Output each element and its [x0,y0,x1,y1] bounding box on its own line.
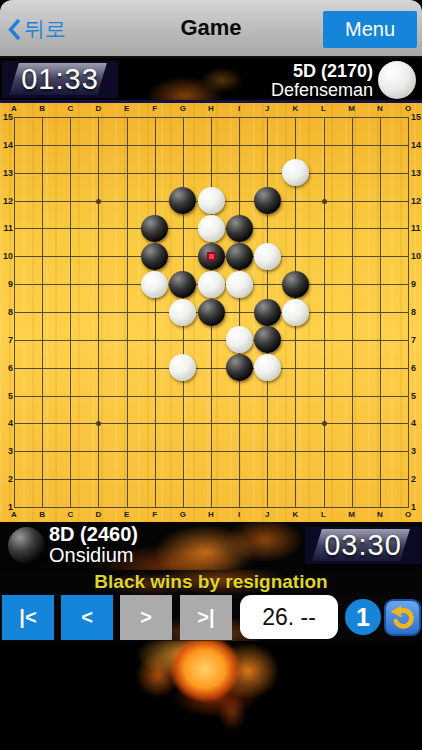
column-label-top: D [96,105,102,113]
column-label-top: K [293,105,299,113]
white-stone [282,159,309,186]
column-label-bottom: H [208,511,214,519]
row-label-left: 7 [2,336,13,345]
white-clock: 01:33 [2,61,118,98]
black-stone [141,215,168,242]
first-move-button[interactable]: |< [2,595,54,640]
column-label-top: B [39,105,45,113]
column-label-top: F [152,105,157,113]
last-move-button[interactable]: >| [180,595,232,640]
column-label-top: C [67,105,73,113]
white-stone [141,271,168,298]
column-label-bottom: N [377,511,383,519]
black-stone [226,354,253,381]
grid-line-vertical [352,117,353,508]
column-label-bottom: F [152,511,157,519]
row-label-left: 10 [2,252,13,261]
white-player-bar: 01:33 5D (2170) Defenseman [0,58,422,103]
black-clock: 03:30 [305,527,421,564]
column-label-top: M [348,105,355,113]
column-label-top: J [265,105,269,113]
white-stone [254,354,281,381]
grid-line-horizontal [14,368,409,369]
row-label-left: 3 [2,447,13,456]
column-label-top: O [405,105,411,113]
column-label-bottom: O [405,511,411,519]
black-stone [198,299,225,326]
black-stone [169,187,196,214]
row-label-right: 15 [411,113,421,122]
row-label-left: 2 [2,475,13,484]
white-stone [198,187,225,214]
row-label-right: 10 [411,252,421,261]
white-stone [282,299,309,326]
black-stone [254,326,281,353]
grid-line-vertical [239,117,240,508]
row-label-left: 9 [2,280,13,289]
column-label-bottom: L [321,511,326,519]
white-player-rank: 5D (2170) [271,61,373,81]
row-label-right: 14 [411,141,421,150]
black-clock-time: 03:30 [305,527,421,564]
white-player-name: Defenseman [271,81,373,100]
fire-background [0,641,422,750]
column-label-bottom: G [180,511,186,519]
last-move-marker [207,252,216,261]
next-move-button[interactable]: > [120,595,172,640]
column-label-top: E [124,105,129,113]
row-label-right: 1 [411,503,416,512]
grid-line-vertical [408,117,409,508]
star-point [322,421,327,426]
column-label-top: I [238,105,240,113]
move-number-display[interactable]: 26. -- [240,595,338,639]
row-label-right: 11 [411,224,421,233]
column-label-top: H [208,105,214,113]
row-label-right: 13 [411,169,421,178]
replay-controls: |< < > >| 26. -- 1 [0,594,422,641]
result-text: Black wins by resignation [94,571,327,593]
row-label-left: 5 [2,392,13,401]
row-label-left: 4 [2,419,13,428]
row-label-left: 15 [2,113,13,122]
column-label-top: N [377,105,383,113]
row-label-left: 1 [2,503,13,512]
grid-line-horizontal [14,479,409,480]
nav-bar: 뒤로 Game Menu [0,0,422,58]
row-label-right: 7 [411,336,416,345]
row-label-right: 12 [411,197,421,206]
menu-button[interactable]: Menu [323,11,417,48]
row-label-left: 6 [2,364,13,373]
black-stone [226,215,253,242]
row-label-right: 8 [411,308,416,317]
row-label-right: 4 [411,419,416,428]
white-stone [198,271,225,298]
black-stone [254,187,281,214]
grid-line-vertical [324,117,325,508]
black-stone-avatar [8,527,45,564]
column-label-bottom: B [39,511,45,519]
column-label-bottom: E [124,511,129,519]
column-label-top: G [180,105,186,113]
black-player-bar: 8D (2460) Onsidium 03:30 [0,522,422,570]
white-stone [169,299,196,326]
row-label-left: 11 [2,224,13,233]
prev-move-button[interactable]: < [61,595,113,640]
white-stone-avatar [378,61,416,99]
row-label-right: 5 [411,392,416,401]
star-point [322,199,327,204]
black-player-name: Onsidium [49,545,138,566]
black-player-info: 8D (2460) Onsidium [49,524,138,566]
column-label-bottom: A [11,511,17,519]
grid-line-horizontal [14,340,409,341]
column-label-top: L [321,105,326,113]
board[interactable]: AA1515BB1414CC1313DD1212EE1111FF1010GG99… [0,103,422,522]
column-label-bottom: C [67,511,73,519]
undo-button[interactable] [384,599,421,636]
white-clock-time: 01:33 [2,61,118,98]
grid-line-horizontal [14,451,409,452]
black-stone [282,271,309,298]
black-stone [141,243,168,270]
row-label-right: 2 [411,475,416,484]
black-stone [169,271,196,298]
row-label-right: 6 [411,364,416,373]
status-bar: Black wins by resignation [0,570,422,594]
white-stone [226,326,253,353]
column-label-bottom: K [293,511,299,519]
grid-line-horizontal [14,507,409,508]
grid-line-vertical [380,117,381,508]
row-label-left: 14 [2,141,13,150]
undo-arrow-icon [390,605,416,631]
column-label-bottom: D [96,511,102,519]
white-stone [254,243,281,270]
row-label-left: 8 [2,308,13,317]
white-player-info: 5D (2170) Defenseman [271,61,373,100]
row-label-left: 13 [2,169,13,178]
black-player-rank: 8D (2460) [49,524,138,545]
white-stone [226,271,253,298]
step-count-badge[interactable]: 1 [345,599,381,635]
column-label-bottom: I [238,511,240,519]
grid-line-horizontal [14,423,409,424]
star-point [96,421,101,426]
row-label-right: 3 [411,447,416,456]
white-stone [169,354,196,381]
grid-line-horizontal [14,396,409,397]
app-screen: 뒤로 Game Menu 01:33 5D (2170) Defenseman … [0,0,422,750]
star-point [96,199,101,204]
white-stone [198,215,225,242]
row-label-right: 9 [411,280,416,289]
row-label-left: 12 [2,197,13,206]
column-label-bottom: J [265,511,269,519]
black-stone [254,299,281,326]
black-stone [226,243,253,270]
column-label-bottom: M [348,511,355,519]
